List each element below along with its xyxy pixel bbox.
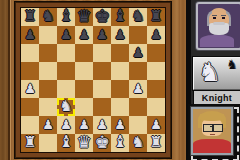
- square-b7[interactable]: [39, 26, 57, 44]
- black-knight: ♞: [131, 9, 144, 24]
- black-bishop: ♝: [59, 8, 73, 24]
- black-pawn: ♟: [150, 28, 162, 41]
- player-selection-zone: [188, 104, 240, 160]
- square-c8[interactable]: ♝: [57, 8, 75, 26]
- square-e7[interactable]: ♟: [93, 26, 111, 44]
- black-pawn: ♟: [78, 28, 90, 41]
- square-g4[interactable]: ♟: [129, 80, 147, 98]
- white-pawn: ♟: [78, 118, 90, 131]
- square-b5[interactable]: [39, 62, 57, 80]
- opponent-avatar: [196, 2, 240, 50]
- square-g7[interactable]: [129, 26, 147, 44]
- square-b4[interactable]: [39, 80, 57, 98]
- opponent-brow: [221, 15, 226, 16]
- square-d4[interactable]: [75, 80, 93, 98]
- square-g3[interactable]: [129, 98, 147, 116]
- square-e1[interactable]: ♚: [93, 134, 111, 152]
- black-pawn: ♟: [114, 28, 126, 41]
- black-king: ♚: [94, 8, 109, 25]
- square-d1[interactable]: ♛: [75, 134, 93, 152]
- square-a2[interactable]: [21, 116, 39, 134]
- square-f5[interactable]: [111, 62, 129, 80]
- black-rook: ♜: [23, 9, 36, 24]
- opponent-eye: [222, 17, 225, 19]
- sidebar: ♞ ♞ Knight: [186, 0, 240, 160]
- square-e8[interactable]: ♚: [93, 8, 111, 26]
- square-g5[interactable]: [129, 62, 147, 80]
- square-e3[interactable]: [93, 98, 111, 116]
- square-h4[interactable]: [147, 80, 165, 98]
- square-d2[interactable]: ♟: [75, 116, 93, 134]
- white-pawn: ♟: [60, 118, 72, 131]
- square-f2[interactable]: ♟: [111, 116, 129, 134]
- white-king: ♚: [94, 134, 109, 151]
- black-pawn: ♟: [96, 28, 108, 41]
- opponent-mustache: [213, 22, 225, 25]
- square-c1[interactable]: ♝: [57, 134, 75, 152]
- black-rook: ♜: [149, 9, 162, 24]
- square-g8[interactable]: ♞: [129, 8, 147, 26]
- player-fringe: [200, 114, 224, 121]
- square-f7[interactable]: ♟: [111, 26, 129, 44]
- white-knight: ♞: [131, 135, 144, 150]
- square-d7[interactable]: ♟: [75, 26, 93, 44]
- square-e4[interactable]: [93, 80, 111, 98]
- square-g2[interactable]: [129, 116, 147, 134]
- square-c4[interactable]: [57, 80, 75, 98]
- selection-cursor: [57, 98, 75, 116]
- player-avatar[interactable]: [191, 107, 233, 155]
- white-queen: ♛: [76, 134, 91, 151]
- square-d5[interactable]: [75, 62, 93, 80]
- square-h8[interactable]: ♜: [147, 8, 165, 26]
- square-c5[interactable]: [57, 62, 75, 80]
- square-e5[interactable]: [93, 62, 111, 80]
- chess-board: ♜♞♝♛♚♝♞♜♟♟♟♟♟♟♟♟♟♞♟♟♟♟♟♟♜♝♛♚♝♞♜: [20, 7, 166, 153]
- white-pawn: ♟: [114, 118, 126, 131]
- white-bishop: ♝: [113, 134, 127, 150]
- white-rook: ♜: [149, 135, 162, 150]
- square-f6[interactable]: [111, 44, 129, 62]
- square-b1[interactable]: [39, 134, 57, 152]
- square-f4[interactable]: [111, 80, 129, 98]
- square-d8[interactable]: ♛: [75, 8, 93, 26]
- square-a3[interactable]: [21, 98, 39, 116]
- opponent-brow: [212, 15, 217, 16]
- square-a5[interactable]: [21, 62, 39, 80]
- selected-piece-panel: ♞ ♞: [193, 57, 240, 90]
- player-shirt: [193, 139, 231, 153]
- square-h1[interactable]: ♜: [147, 134, 165, 152]
- square-h3[interactable]: [147, 98, 165, 116]
- square-a8[interactable]: ♜: [21, 8, 39, 26]
- square-h5[interactable]: [147, 62, 165, 80]
- square-c2[interactable]: ♟: [57, 116, 75, 134]
- square-c7[interactable]: ♟: [57, 26, 75, 44]
- black-queen: ♛: [76, 8, 91, 25]
- square-b8[interactable]: ♞: [39, 8, 57, 26]
- table-edge-highlight: [10, 0, 11, 160]
- black-pawn: ♟: [24, 28, 36, 41]
- square-f8[interactable]: ♝: [111, 8, 129, 26]
- square-h6[interactable]: [147, 44, 165, 62]
- white-pawn: ♟: [24, 82, 36, 95]
- white-knight-icon: ♞: [198, 59, 221, 85]
- black-knight: ♞: [41, 9, 54, 24]
- square-f1[interactable]: ♝: [111, 134, 129, 152]
- white-pawn: ♟: [42, 118, 54, 131]
- white-bishop: ♝: [59, 134, 73, 150]
- square-h2[interactable]: ♟: [147, 116, 165, 134]
- square-d6[interactable]: [75, 44, 93, 62]
- square-e6[interactable]: [93, 44, 111, 62]
- square-a6[interactable]: [21, 44, 39, 62]
- square-c3[interactable]: ♞: [57, 98, 75, 116]
- square-f3[interactable]: [111, 98, 129, 116]
- player-glasses: [213, 124, 223, 132]
- table-side-wood: [0, 0, 8, 160]
- square-e2[interactable]: ♟: [93, 116, 111, 134]
- white-pawn: ♟: [132, 82, 144, 95]
- square-b6[interactable]: [39, 44, 57, 62]
- square-a1[interactable]: ♜: [21, 134, 39, 152]
- black-pawn: ♟: [132, 46, 144, 59]
- white-pawn: ♟: [150, 118, 162, 131]
- square-a4[interactable]: ♟: [21, 80, 39, 98]
- black-knight-icon: ♞: [226, 58, 238, 71]
- square-d3[interactable]: [75, 98, 93, 116]
- square-g6[interactable]: ♟: [129, 44, 147, 62]
- black-pawn: ♟: [60, 28, 72, 41]
- opponent-eye: [213, 17, 216, 19]
- player-mouth: [210, 134, 215, 135]
- square-b3[interactable]: [39, 98, 57, 116]
- white-rook: ♜: [23, 135, 36, 150]
- square-g1[interactable]: ♞: [129, 134, 147, 152]
- black-bishop: ♝: [113, 8, 127, 24]
- game-screen: ♜♞♝♛♚♝♞♜♟♟♟♟♟♟♟♟♟♞♟♟♟♟♟♟♜♝♛♚♝♞♜ ♞ ♞ Knig…: [0, 0, 240, 160]
- selected-piece-label: Knight: [193, 90, 240, 105]
- opponent-shirt: [200, 35, 234, 47]
- square-c6[interactable]: [57, 44, 75, 62]
- player-glasses-bridge: [210, 126, 214, 127]
- chess-board-frame: ♜♞♝♛♚♝♞♜♟♟♟♟♟♟♟♟♟♞♟♟♟♟♟♟♜♝♛♚♝♞♜: [14, 1, 172, 159]
- white-pawn: ♟: [96, 118, 108, 131]
- square-a7[interactable]: ♟: [21, 26, 39, 44]
- square-b2[interactable]: ♟: [39, 116, 57, 134]
- square-h7[interactable]: ♟: [147, 26, 165, 44]
